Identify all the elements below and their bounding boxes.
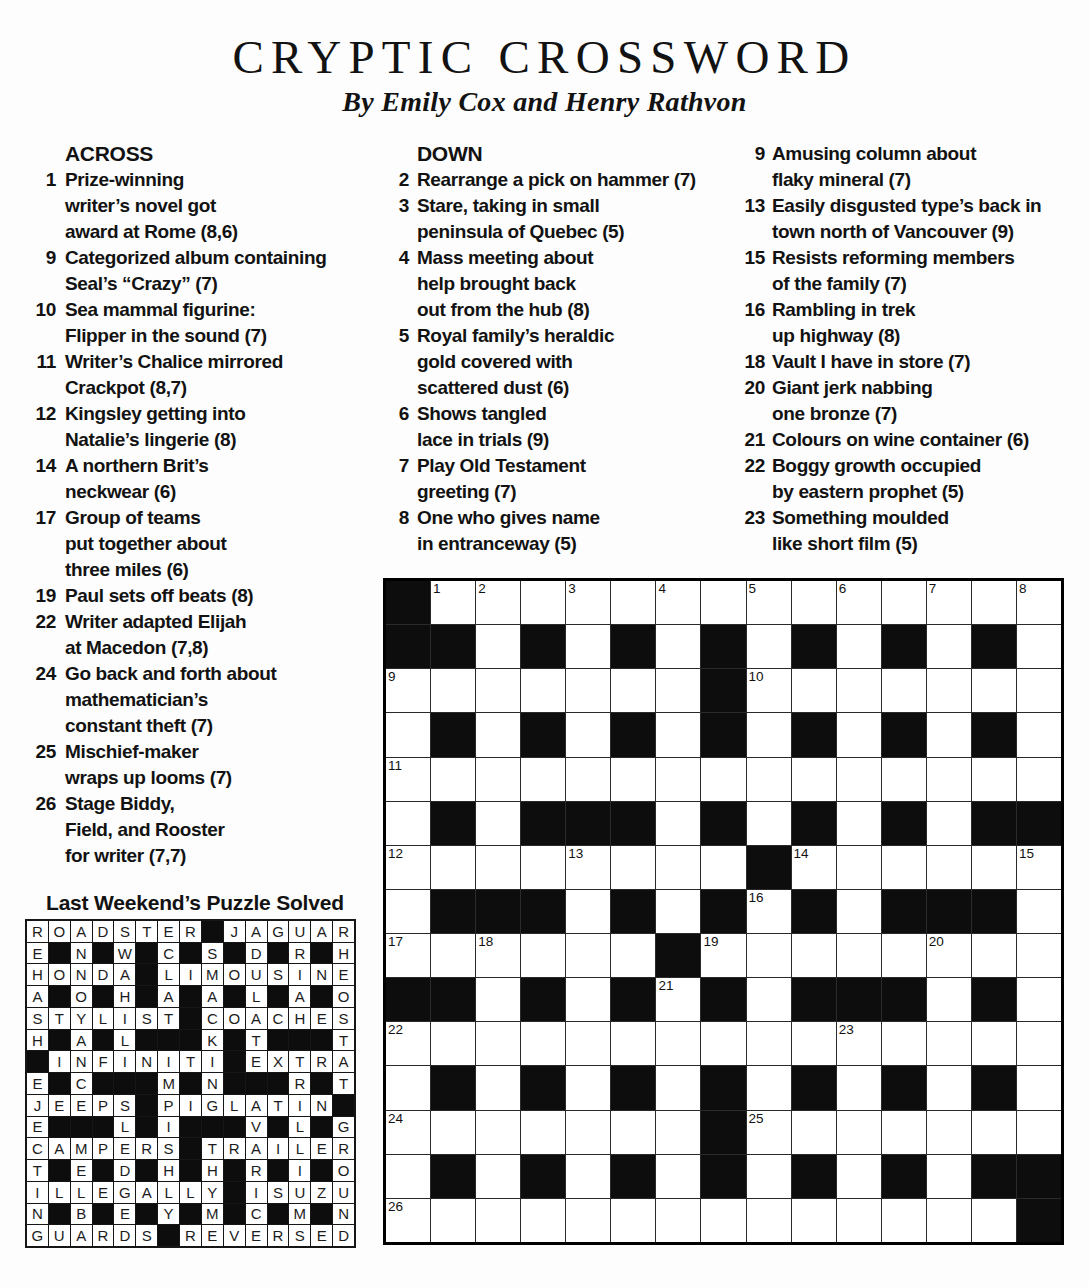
solved-cell-r13c4: E [93,1182,114,1203]
grid-cell-r3c1[interactable]: 9 [386,669,430,712]
grid-cell-r5c2[interactable] [431,758,475,801]
grid-cell-r2c13[interactable] [927,625,971,668]
grid-cell-r4c5[interactable] [566,713,610,756]
solved-cell-r6c11: T [246,1030,267,1051]
grid-cell-r13c9[interactable]: 25 [747,1111,791,1154]
solved-cell-r9c1: J [27,1095,48,1116]
grid-cell-r7c15[interactable]: 15 [1017,846,1061,889]
cell-number-4: 4 [658,581,666,597]
grid-cell-r1c3[interactable]: 2 [476,581,520,624]
solved-cell-r8c5-block [114,1073,135,1094]
grid-cell-r13c14[interactable] [972,1111,1016,1154]
grid-cell-r11c10[interactable] [792,1022,836,1065]
solved-cell-r3c8: I [180,964,201,985]
grid-cell-r10c13[interactable] [927,978,971,1021]
grid-cell-r12c8-block [701,1066,745,1109]
grid-cell-r15c13[interactable] [927,1199,971,1242]
solved-cell-r14c14-block [311,1204,332,1225]
grid-cell-r14c10-block [792,1155,836,1198]
clue-13: 13Easily disgusted type’s back in town n… [741,193,1088,245]
grid-cell-r3c10[interactable] [792,669,836,712]
grid-cell-r8c1[interactable] [386,890,430,933]
grid-cell-r7c12[interactable] [882,846,926,889]
grid-cell-r11c8[interactable] [701,1022,745,1065]
grid-cell-r14c4-block [521,1155,565,1198]
grid-cell-r11c5[interactable] [566,1022,610,1065]
grid-cell-r6c12-block [882,802,926,845]
clue-number: 23 [741,505,765,557]
grid-cell-r7c4[interactable] [521,846,565,889]
grid-cell-r6c7[interactable] [656,802,700,845]
grid-cell-r14c8-block [701,1155,745,1198]
grid-cell-r11c4[interactable] [521,1022,565,1065]
grid-cell-r8c10-block [792,890,836,933]
grid-cell-r12c11[interactable] [837,1066,881,1109]
grid-cell-r5c12[interactable] [882,758,926,801]
grid-cell-r11c15[interactable] [1017,1022,1061,1065]
grid-cell-r15c10[interactable] [792,1199,836,1242]
grid-cell-r3c15[interactable] [1017,669,1061,712]
grid-cell-r13c15[interactable] [1017,1111,1061,1154]
grid-cell-r14c3[interactable] [476,1155,520,1198]
grid-cell-r4c1[interactable] [386,713,430,756]
clue-6: 6Shows tangled lace in trials (9) [391,401,725,453]
grid-cell-r8c9[interactable]: 16 [747,890,791,933]
clue-3: 3Stare, taking in small peninsula of Que… [391,193,725,245]
grid-cell-r3c11[interactable] [837,669,881,712]
grid-cell-r1c2[interactable]: 1 [431,581,475,624]
grid-cell-r13c12[interactable] [882,1111,926,1154]
grid-cell-r13c2[interactable] [431,1111,475,1154]
solved-cell-r12c11: R [246,1160,267,1181]
solved-cell-r11c3: M [71,1138,92,1159]
grid-cell-r3c9[interactable]: 10 [747,669,791,712]
clue-text: Resists reforming members of the family … [772,245,1015,297]
grid-cell-r2c6-block [611,625,655,668]
solved-puzzle-grid: ROADSTERJAGUARENWCSDRHHONDALIMOUSINEAOHA… [25,919,356,1248]
grid-cell-r12c1[interactable] [386,1066,430,1109]
grid-cell-r6c6-block [611,802,655,845]
grid-cell-r9c5[interactable] [566,934,610,977]
solved-cell-r11c5: E [114,1138,135,1159]
solved-cell-r12c6-block [136,1160,157,1181]
grid-cell-r1c9[interactable]: 5 [747,581,791,624]
grid-cell-r12c4-block [521,1066,565,1109]
clue-text: Writer’s Chalice mirrored Crackpot (8,7) [65,349,283,401]
grid-cell-r7c14[interactable] [972,846,1016,889]
solved-cell-r4c10-block [224,986,245,1007]
solved-cell-r12c8-block [180,1160,201,1181]
cell-number-5: 5 [749,581,757,597]
solved-cell-r11c14: E [311,1138,332,1159]
solved-cell-r4c8-block [180,986,201,1007]
cell-number-25: 25 [749,1111,764,1127]
clue-text: Writer adapted Elijah at Macedon (7,8) [65,609,246,661]
clue-number: 11 [30,349,56,401]
solved-cell-r2c4-block [93,943,114,964]
cell-number-2: 2 [478,581,486,597]
grid-cell-r11c1[interactable]: 22 [386,1022,430,1065]
clue-text: Giant jerk nabbing one bronze (7) [772,375,933,427]
grid-cell-r3c14[interactable] [972,669,1016,712]
grid-cell-r10c9[interactable] [747,978,791,1021]
solved-cell-r3c3: N [71,964,92,985]
clue-number: 7 [391,453,409,505]
solved-cell-r14c12-block [268,1204,289,1225]
solved-cell-r14c9: M [202,1204,223,1225]
clue-23: 23Something moulded like short film (5) [741,505,1088,557]
solved-cell-r9c14: N [311,1095,332,1116]
grid-cell-r2c2-block [431,625,475,668]
grid-cell-r2c3[interactable] [476,625,520,668]
grid-cell-r7c7[interactable] [656,846,700,889]
grid-cell-r5c4[interactable] [521,758,565,801]
grid-cell-r11c13[interactable] [927,1022,971,1065]
solved-cell-r2c12-block [268,943,289,964]
solved-cell-r7c14: R [311,1051,332,1072]
solved-cell-r7c15: A [333,1051,354,1072]
grid-cell-r15c6[interactable] [611,1199,655,1242]
grid-cell-r9c14[interactable] [972,934,1016,977]
grid-cell-r1c12[interactable] [882,581,926,624]
grid-cell-r3c12[interactable] [882,669,926,712]
grid-cell-r10c8-block [701,978,745,1021]
grid-cell-r7c2[interactable] [431,846,475,889]
grid-cell-r10c7[interactable]: 21 [656,978,700,1021]
grid-cell-r9c11[interactable] [837,934,881,977]
grid-cell-r11c9[interactable] [747,1022,791,1065]
solved-cell-r14c10-block [224,1204,245,1225]
solved-cell-r3c5: A [114,964,135,985]
grid-cell-r15c12[interactable] [882,1199,926,1242]
grid-cell-r9c4[interactable] [521,934,565,977]
clue-5: 5Royal family’s heraldic gold covered wi… [391,323,725,401]
grid-cell-r11c12[interactable] [882,1022,926,1065]
solved-cell-r7c12: X [268,1051,289,1072]
solved-cell-r7c11: E [246,1051,267,1072]
solved-cell-r4c6-block [136,986,157,1007]
grid-cell-r12c7[interactable] [656,1066,700,1109]
down-header: DOWN [417,141,725,167]
solved-cell-r2c8-block [180,943,201,964]
across-clues-column: ACROSS 1Prize-winning writer’s novel got… [30,141,364,869]
grid-cell-r4c7[interactable] [656,713,700,756]
grid-cell-r7c11[interactable] [837,846,881,889]
grid-cell-r5c14[interactable] [972,758,1016,801]
grid-cell-r8c14-block [972,890,1016,933]
grid-cell-r4c8-block [701,713,745,756]
grid-cell-r12c13[interactable] [927,1066,971,1109]
grid-cell-r5c6[interactable] [611,758,655,801]
clue-16: 16Rambling in trek up highway (8) [741,297,1088,349]
grid-cell-r15c8[interactable] [701,1199,745,1242]
grid-cell-r11c2[interactable] [431,1022,475,1065]
grid-cell-r7c3[interactable] [476,846,520,889]
grid-cell-r9c8[interactable]: 19 [701,934,745,977]
grid-cell-r10c15[interactable] [1017,978,1061,1021]
grid-cell-r12c5[interactable] [566,1066,610,1109]
grid-cell-r13c11[interactable] [837,1111,881,1154]
grid-cell-r11c7[interactable] [656,1022,700,1065]
grid-cell-r14c13[interactable] [927,1155,971,1198]
grid-cell-r9c6[interactable] [611,934,655,977]
grid-cell-r1c4[interactable] [521,581,565,624]
grid-cell-r2c7[interactable] [656,625,700,668]
grid-cell-r14c5[interactable] [566,1155,610,1198]
solved-cell-r14c4-block [93,1204,114,1225]
solved-cell-r9c10: L [224,1095,245,1116]
grid-cell-r1c7[interactable]: 4 [656,581,700,624]
grid-cell-r3c6[interactable] [611,669,655,712]
grid-cell-r7c8[interactable] [701,846,745,889]
grid-cell-r15c7[interactable] [656,1199,700,1242]
solved-cell-r11c15: R [333,1138,354,1159]
solved-cell-r12c7: H [158,1160,179,1181]
clue-text: A northern Brit’s neckwear (6) [65,453,209,505]
grid-cell-r2c15[interactable] [1017,625,1061,668]
grid-cell-r15c1[interactable]: 26 [386,1199,430,1242]
solved-cell-r8c2-block [49,1073,70,1094]
grid-cell-r12c3[interactable] [476,1066,520,1109]
clue-8: 8One who gives name in entranceway (5) [391,505,725,557]
grid-cell-r2c5[interactable] [566,625,610,668]
grid-cell-r13c4[interactable] [521,1111,565,1154]
clue-number: 5 [391,323,409,401]
clue-12: 12Kingsley getting into Natalie’s linger… [30,401,364,453]
solved-cell-r4c5: H [114,986,135,1007]
solved-cell-r8c9: N [202,1073,223,1094]
grid-cell-r11c6[interactable] [611,1022,655,1065]
solved-cell-r10c7: I [158,1117,179,1138]
solved-cell-r11c13: L [289,1138,310,1159]
clue-text: Royal family’s heraldic gold covered wit… [417,323,614,401]
solved-cell-r13c10-block [224,1182,245,1203]
solved-cell-r15c3: A [71,1225,92,1246]
cell-number-19: 19 [703,934,718,950]
solved-cell-r15c7-block [158,1225,179,1246]
grid-cell-r15c5[interactable] [566,1199,610,1242]
grid-cell-r11c14[interactable] [972,1022,1016,1065]
grid-cell-r4c3[interactable] [476,713,520,756]
grid-cell-r8c15[interactable] [1017,890,1061,933]
solved-cell-r1c1: R [27,921,48,942]
grid-cell-r1c5[interactable]: 3 [566,581,610,624]
grid-cell-r15c3[interactable] [476,1199,520,1242]
grid-cell-r7c10[interactable]: 14 [792,846,836,889]
solved-cell-r10c8-block [180,1117,201,1138]
grid-cell-r1c6[interactable] [611,581,655,624]
grid-cell-r6c5-block [566,802,610,845]
solved-cell-r9c13: I [289,1095,310,1116]
grid-cell-r6c13[interactable] [927,802,971,845]
grid-cell-r12c10-block [792,1066,836,1109]
grid-cell-r5c5[interactable] [566,758,610,801]
grid-cell-r7c6[interactable] [611,846,655,889]
grid-cell-r13c10[interactable] [792,1111,836,1154]
grid-cell-r4c13[interactable] [927,713,971,756]
solved-cell-r10c3-block [71,1117,92,1138]
grid-cell-r7c13[interactable] [927,846,971,889]
grid-cell-r6c11[interactable] [837,802,881,845]
clue-text: Something moulded like short film (5) [772,505,949,557]
grid-cell-r14c11[interactable] [837,1155,881,1198]
grid-cell-r15c2[interactable] [431,1199,475,1242]
solved-cell-r15c15: D [333,1225,354,1246]
grid-cell-r3c2[interactable] [431,669,475,712]
grid-cell-r8c6-block [611,890,655,933]
grid-cell-r10c5[interactable] [566,978,610,1021]
grid-cell-r13c5[interactable] [566,1111,610,1154]
clue-text: Kingsley getting into Natalie’s lingerie… [65,401,246,453]
grid-cell-r9c3[interactable]: 18 [476,934,520,977]
crossword-page: CRYPTIC CROSSWORD By Emily Cox and Henry… [0,0,1089,1287]
solved-cell-r1c9-block [202,921,223,942]
grid-cell-r6c1[interactable] [386,802,430,845]
solved-cell-r3c15: E [333,964,354,985]
grid-cell-r5c15[interactable] [1017,758,1061,801]
grid-cell-r4c11[interactable] [837,713,881,756]
clue-number: 20 [741,375,765,427]
clue-9: 9Categorized album containing Seal’s “Cr… [30,245,364,297]
grid-cell-r8c5[interactable] [566,890,610,933]
cell-number-23: 23 [839,1022,854,1038]
grid-cell-r12c9[interactable] [747,1066,791,1109]
grid-cell-r5c3[interactable] [476,758,520,801]
grid-cell-r13c7[interactable] [656,1111,700,1154]
grid-cell-r12c12-block [882,1066,926,1109]
grid-cell-r4c15[interactable] [1017,713,1061,756]
clue-25: 25Mischief-maker wraps up looms (7) [30,739,364,791]
grid-cell-r3c8-block [701,669,745,712]
grid-cell-r15c9[interactable] [747,1199,791,1242]
cell-number-21: 21 [658,978,673,994]
clue-10: 10Sea mammal figurine: Flipper in the so… [30,297,364,349]
grid-cell-r1c13[interactable]: 7 [927,581,971,624]
grid-cell-r13c8-block [701,1111,745,1154]
grid-cell-r7c1[interactable]: 12 [386,846,430,889]
grid-cell-r13c3[interactable] [476,1111,520,1154]
grid-cell-r9c13[interactable]: 20 [927,934,971,977]
grid-cell-r11c3[interactable] [476,1022,520,1065]
cell-number-24: 24 [388,1111,403,1127]
grid-cell-r2c9[interactable] [747,625,791,668]
grid-cell-r5c7[interactable] [656,758,700,801]
grid-cell-r14c1[interactable] [386,1155,430,1198]
grid-cell-r5c8[interactable] [701,758,745,801]
solved-cell-r6c12-block [268,1030,289,1051]
grid-cell-r9c15[interactable] [1017,934,1061,977]
solved-cell-r13c12: S [268,1182,289,1203]
grid-cell-r8c7[interactable] [656,890,700,933]
grid-cell-r15c14[interactable] [972,1199,1016,1242]
grid-cell-r1c14[interactable] [972,581,1016,624]
grid-cell-r15c11[interactable] [837,1199,881,1242]
grid-cell-r13c13[interactable] [927,1111,971,1154]
solved-cell-r1c13: U [289,921,310,942]
grid-cell-r9c1[interactable]: 17 [386,934,430,977]
grid-cell-r3c4[interactable] [521,669,565,712]
solved-cell-r2c9: S [202,943,223,964]
solved-cell-r10c15: G [333,1117,354,1138]
solved-cell-r9c5: S [114,1095,135,1116]
grid-cell-r1c15[interactable]: 8 [1017,581,1061,624]
grid-cell-r7c5[interactable]: 13 [566,846,610,889]
grid-cell-r9c9[interactable] [747,934,791,977]
grid-cell-r1c11[interactable]: 6 [837,581,881,624]
solved-cell-r6c5: L [114,1030,135,1051]
down-clues-column-1: DOWN 2Rearrange a pick on hammer (7)3Sta… [391,141,725,557]
solved-cell-r10c2-block [49,1117,70,1138]
grid-cell-r15c4[interactable] [521,1199,565,1242]
grid-cell-r9c2[interactable] [431,934,475,977]
grid-cell-r5c10[interactable] [792,758,836,801]
grid-cell-r9c12[interactable] [882,934,926,977]
grid-cell-r5c11[interactable] [837,758,881,801]
grid-cell-r8c11[interactable] [837,890,881,933]
grid-cell-r13c6[interactable] [611,1111,655,1154]
solved-cell-r11c1: C [27,1138,48,1159]
clue-2: 2Rearrange a pick on hammer (7) [391,167,725,193]
grid-cell-r5c13[interactable] [927,758,971,801]
grid-cell-r2c12-block [882,625,926,668]
solved-cell-r12c14-block [311,1160,332,1181]
solved-cell-r1c7: E [158,921,179,942]
puzzle-grid: 1234567891011121314151617181920212223242… [383,578,1064,1245]
clue-number: 25 [30,739,56,791]
solved-cell-r5c3: Y [71,1008,92,1029]
grid-cell-r11c11[interactable]: 23 [837,1022,881,1065]
grid-cell-r5c9[interactable] [747,758,791,801]
grid-cell-r4c9[interactable] [747,713,791,756]
grid-cell-r6c3[interactable] [476,802,520,845]
grid-cell-r1c10[interactable] [792,581,836,624]
solved-cell-r9c15-block [333,1095,354,1116]
solved-cell-r15c6: S [136,1225,157,1246]
solved-cell-r5c11: A [246,1008,267,1029]
grid-cell-r6c9[interactable] [747,802,791,845]
solved-cell-r14c2-block [49,1204,70,1225]
grid-cell-r13c1[interactable]: 24 [386,1111,430,1154]
grid-cell-r3c7[interactable] [656,669,700,712]
grid-cell-r3c13[interactable] [927,669,971,712]
grid-cell-r1c8[interactable] [701,581,745,624]
grid-cell-r10c3[interactable] [476,978,520,1021]
solved-cell-r14c7: Y [158,1204,179,1225]
solved-cell-r8c1: E [27,1073,48,1094]
clue-number: 10 [30,297,56,349]
solved-cell-r6c1: H [27,1030,48,1051]
grid-cell-r14c7[interactable] [656,1155,700,1198]
solved-cell-r5c14: E [311,1008,332,1029]
grid-cell-r5c1[interactable]: 11 [386,758,430,801]
solved-cell-r7c6: N [136,1051,157,1072]
grid-cell-r8c8-block [701,890,745,933]
solved-cell-r10c10-block [224,1117,245,1138]
grid-cell-r3c5[interactable] [566,669,610,712]
clue-21: 21Colours on wine container (6) [741,427,1088,453]
clue-number: 18 [741,349,765,375]
grid-cell-r14c9[interactable] [747,1155,791,1198]
grid-cell-r9c10[interactable] [792,934,836,977]
grid-cell-r2c11[interactable] [837,625,881,668]
grid-cell-r3c3[interactable] [476,669,520,712]
grid-cell-r12c15[interactable] [1017,1066,1061,1109]
solved-cell-r6c4-block [93,1030,114,1051]
clue-number: 4 [391,245,409,323]
solved-cell-r12c9: H [202,1160,223,1181]
clue-text: Mischief-maker wraps up looms (7) [65,739,232,791]
solved-cell-r3c14: N [311,964,332,985]
